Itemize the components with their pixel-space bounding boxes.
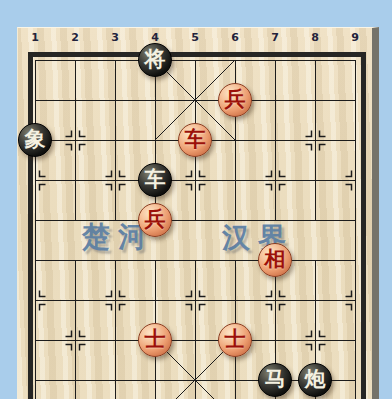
column-label-5: 5: [185, 31, 205, 44]
column-label-1: 1: [25, 31, 45, 44]
piece-glyph: 车: [185, 129, 206, 150]
piece-black-chariot[interactable]: 车: [138, 163, 172, 197]
piece-glyph: 车: [145, 169, 166, 190]
piece-glyph: 兵: [225, 89, 246, 110]
piece-glyph: 相: [265, 249, 286, 270]
piece-red-advisor[interactable]: 士: [218, 323, 252, 357]
piece-glyph: 兵: [145, 209, 166, 230]
column-label-7: 7: [265, 31, 285, 44]
piece-red-chariot[interactable]: 车: [178, 123, 212, 157]
piece-glyph: 炮: [305, 369, 326, 390]
column-label-2: 2: [65, 31, 85, 44]
column-label-6: 6: [225, 31, 245, 44]
piece-red-soldier[interactable]: 兵: [138, 203, 172, 237]
xiangqi-game-window: 123456789 楚河 汉界 将兵车象车兵相士士马炮: [0, 0, 392, 399]
piece-glyph: 士: [225, 329, 246, 350]
piece-glyph: 士: [145, 329, 166, 350]
piece-red-elephant[interactable]: 相: [258, 243, 292, 277]
xiangqi-board[interactable]: [17, 27, 379, 399]
piece-glyph: 象: [25, 129, 46, 150]
piece-red-advisor[interactable]: 士: [138, 323, 172, 357]
piece-glyph: 马: [265, 369, 286, 390]
column-label-3: 3: [105, 31, 125, 44]
piece-black-cannon[interactable]: 炮: [298, 363, 332, 397]
piece-glyph: 将: [145, 49, 166, 70]
column-label-9: 9: [345, 31, 365, 44]
column-label-8: 8: [305, 31, 325, 44]
piece-red-soldier[interactable]: 兵: [218, 83, 252, 117]
piece-black-elephant[interactable]: 象: [18, 123, 52, 157]
piece-black-horse[interactable]: 马: [258, 363, 292, 397]
piece-black-general[interactable]: 将: [138, 43, 172, 77]
